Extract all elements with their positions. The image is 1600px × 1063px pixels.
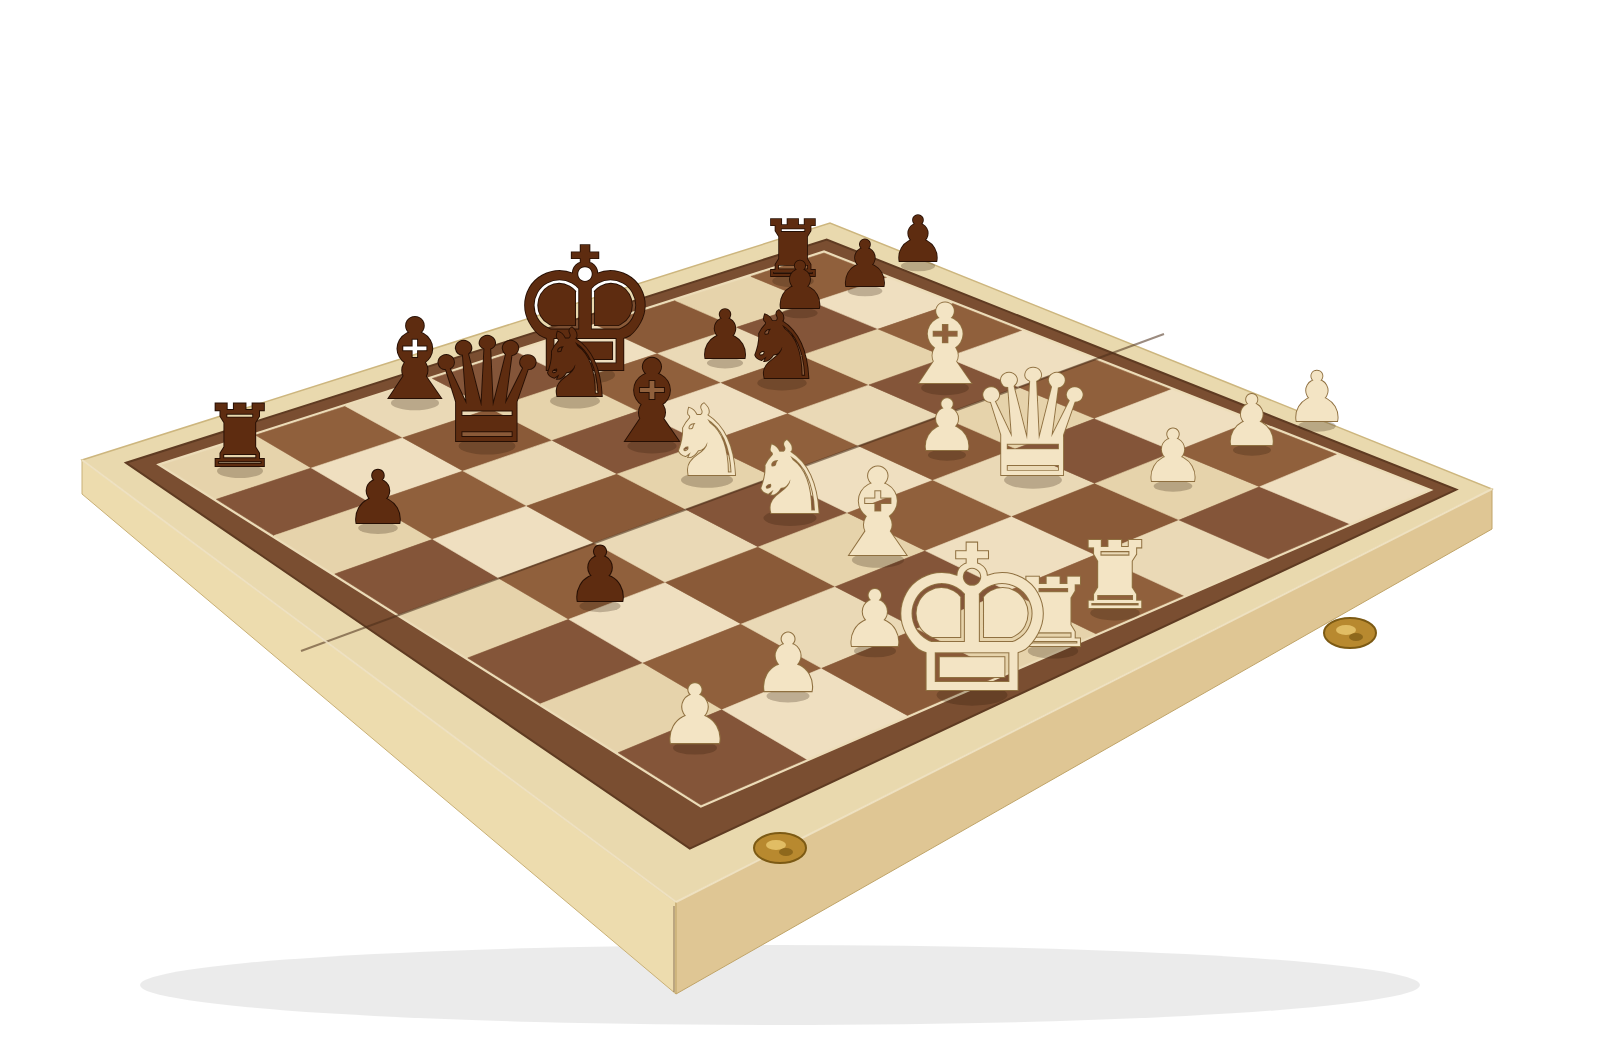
piece-white-king-c1[interactable]: ♚ bbox=[881, 502, 1062, 738]
piece-white-queen-f3[interactable]: ♛ bbox=[967, 339, 1099, 510]
chess-photo-stage: ♟♜♟♟♟♚♞♝♞♝♟♛♝♟♟♜♞♛♟♞♟♝♟♜♟♜♚♟♟ bbox=[0, 0, 1600, 1063]
piece-white-knight-d4[interactable]: ♞ bbox=[745, 420, 835, 537]
piece-white-knight-d5[interactable]: ♞ bbox=[663, 384, 751, 498]
piece-black-queen-c7[interactable]: ♛ bbox=[422, 307, 551, 475]
piece-black-pawn-a6[interactable]: ♟ bbox=[345, 455, 410, 540]
piece-black-pawn-b3[interactable]: ♟ bbox=[566, 530, 634, 619]
piece-white-pawn-b1[interactable]: ♟ bbox=[752, 617, 824, 710]
piece-black-rook-a8[interactable]: ♜ bbox=[201, 386, 278, 486]
piece-white-pawn-g2[interactable]: ♟ bbox=[1141, 414, 1206, 498]
board-ground-shadow bbox=[140, 945, 1420, 1025]
clasp-keep bbox=[1349, 633, 1363, 641]
piece-white-pawn-a1[interactable]: ♟ bbox=[658, 667, 732, 762]
piece-black-pawn-border[interactable]: ♟ bbox=[890, 203, 946, 276]
piece-black-pawn-h7[interactable]: ♟ bbox=[836, 227, 893, 301]
piece-black-knight-f6[interactable]: ♞ bbox=[740, 292, 823, 400]
piece-white-pawn-h2[interactable]: ♟ bbox=[1221, 380, 1284, 462]
clasp-keep bbox=[779, 848, 793, 856]
chess-board: ♟♜♟♟♟♚♞♝♞♝♟♛♝♟♟♜♞♛♟♞♟♝♟♜♟♜♚♟♟ bbox=[0, 0, 1600, 1063]
piece-white-pawn-border[interactable]: ♟ bbox=[1286, 357, 1348, 437]
